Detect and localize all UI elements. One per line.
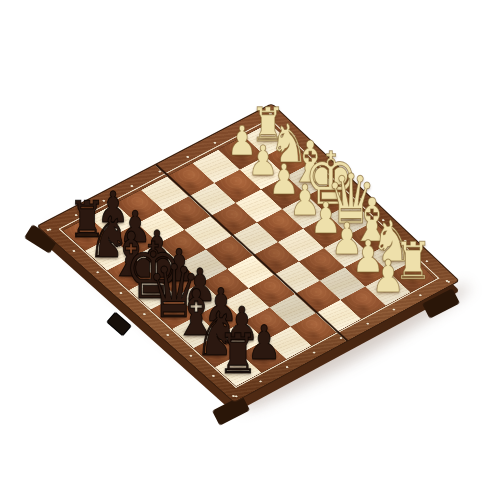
frame-dot <box>286 366 290 369</box>
white-pawn-a2[interactable]: ♟ <box>371 254 404 299</box>
frame-dot <box>119 292 123 295</box>
frame-dot <box>96 271 100 274</box>
product-photo-stage: ♜♟♞♟♝♟♚♟♛♟♟♜♝♟♟♞♞♟♟♝♜♟♟♚♟♛♟♝♟♞♟♜ <box>0 0 500 500</box>
frame-dot <box>186 156 190 159</box>
frame-dot <box>46 229 50 232</box>
frame-dot <box>189 354 193 357</box>
black-rook-a8[interactable]: ♜ <box>218 327 259 382</box>
frame-dot <box>392 308 396 311</box>
frame-dot <box>259 380 263 383</box>
frame-dot <box>447 281 451 284</box>
frame-dot <box>312 351 316 354</box>
frame-dot <box>72 250 76 253</box>
frame-dot <box>212 375 216 378</box>
frame-dot <box>419 294 423 297</box>
frame-dot <box>213 141 217 144</box>
frame-dot <box>366 322 370 325</box>
frame-dot <box>130 185 134 188</box>
